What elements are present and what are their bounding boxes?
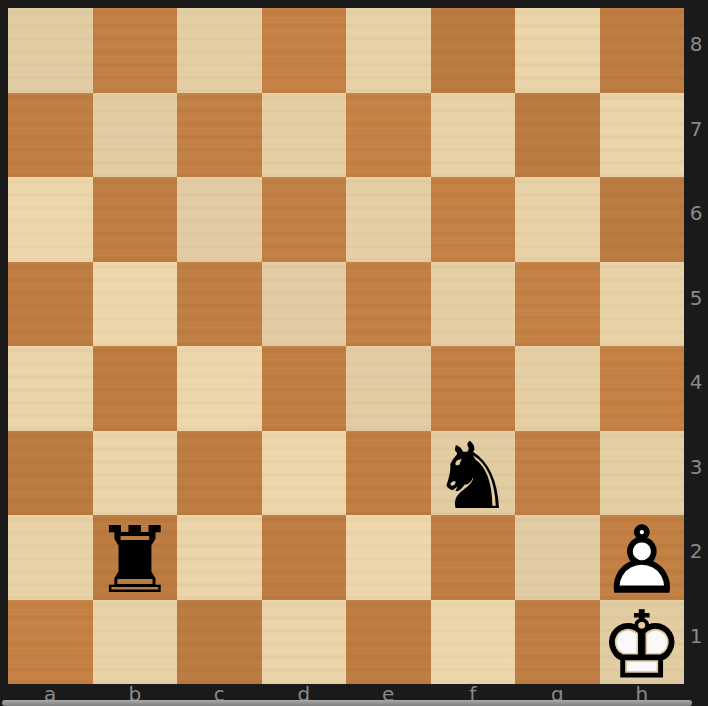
- square-e4[interactable]: [346, 346, 431, 431]
- square-e1[interactable]: [346, 600, 431, 685]
- square-h8[interactable]: [600, 8, 685, 93]
- square-d8[interactable]: [262, 8, 347, 93]
- square-d5[interactable]: [262, 262, 347, 347]
- square-h7[interactable]: [600, 93, 685, 178]
- square-a5[interactable]: [8, 262, 93, 347]
- white-king-outline: ♔: [600, 604, 685, 689]
- square-c6[interactable]: [177, 177, 262, 262]
- rank-label-6: 6: [684, 171, 708, 256]
- square-d2[interactable]: [262, 515, 347, 600]
- square-a7[interactable]: [8, 93, 93, 178]
- rank-label-7: 7: [684, 87, 708, 172]
- square-b2[interactable]: ♜: [93, 515, 178, 600]
- square-h2[interactable]: ♟♙: [600, 515, 685, 600]
- square-f7[interactable]: [431, 93, 516, 178]
- square-f4[interactable]: [431, 346, 516, 431]
- square-f8[interactable]: [431, 8, 516, 93]
- square-d7[interactable]: [262, 93, 347, 178]
- chess-app: ♞♜♟♙♚♔ 87654321 abcdefgh: [0, 0, 708, 706]
- square-a3[interactable]: [8, 431, 93, 516]
- square-h3[interactable]: [600, 431, 685, 516]
- square-e8[interactable]: [346, 8, 431, 93]
- square-e2[interactable]: [346, 515, 431, 600]
- square-g5[interactable]: [515, 262, 600, 347]
- horizontal-scrollbar-thumb[interactable]: [2, 700, 692, 706]
- square-g4[interactable]: [515, 346, 600, 431]
- square-g3[interactable]: [515, 431, 600, 516]
- square-d4[interactable]: [262, 346, 347, 431]
- square-a8[interactable]: [8, 8, 93, 93]
- square-a6[interactable]: [8, 177, 93, 262]
- black-rook-glyph: ♜: [93, 519, 178, 604]
- square-f5[interactable]: [431, 262, 516, 347]
- square-g8[interactable]: [515, 8, 600, 93]
- square-f6[interactable]: [431, 177, 516, 262]
- chess-board: ♞♜♟♙♚♔: [8, 8, 684, 684]
- square-e3[interactable]: [346, 431, 431, 516]
- square-a1[interactable]: [8, 600, 93, 685]
- square-b5[interactable]: [93, 262, 178, 347]
- black-knight-glyph: ♞: [431, 435, 516, 520]
- square-a2[interactable]: [8, 515, 93, 600]
- square-f2[interactable]: [431, 515, 516, 600]
- rank-label-4: 4: [684, 340, 708, 425]
- square-h4[interactable]: [600, 346, 685, 431]
- square-b3[interactable]: [93, 431, 178, 516]
- square-e7[interactable]: [346, 93, 431, 178]
- square-g2[interactable]: [515, 515, 600, 600]
- square-c2[interactable]: [177, 515, 262, 600]
- square-c8[interactable]: [177, 8, 262, 93]
- piece-black-knight[interactable]: ♞: [431, 431, 516, 516]
- square-e5[interactable]: [346, 262, 431, 347]
- square-h6[interactable]: [600, 177, 685, 262]
- square-b7[interactable]: [93, 93, 178, 178]
- square-h5[interactable]: [600, 262, 685, 347]
- square-d6[interactable]: [262, 177, 347, 262]
- square-f1[interactable]: [431, 600, 516, 685]
- rank-label-1: 1: [684, 594, 708, 679]
- square-c4[interactable]: [177, 346, 262, 431]
- square-f3[interactable]: ♞: [431, 431, 516, 516]
- square-a4[interactable]: [8, 346, 93, 431]
- piece-black-rook[interactable]: ♜: [93, 515, 178, 600]
- square-g1[interactable]: [515, 600, 600, 685]
- rank-label-3: 3: [684, 425, 708, 510]
- square-b8[interactable]: [93, 8, 178, 93]
- rank-label-2: 2: [684, 509, 708, 594]
- rank-label-8: 8: [684, 2, 708, 87]
- rank-label-5: 5: [684, 256, 708, 341]
- square-c7[interactable]: [177, 93, 262, 178]
- square-e6[interactable]: [346, 177, 431, 262]
- square-c3[interactable]: [177, 431, 262, 516]
- rank-coordinates: 87654321: [684, 8, 708, 684]
- piece-white-king[interactable]: ♚♔: [600, 600, 685, 685]
- square-b6[interactable]: [93, 177, 178, 262]
- square-b1[interactable]: [93, 600, 178, 685]
- square-d3[interactable]: [262, 431, 347, 516]
- square-b4[interactable]: [93, 346, 178, 431]
- square-g6[interactable]: [515, 177, 600, 262]
- square-c5[interactable]: [177, 262, 262, 347]
- square-c1[interactable]: [177, 600, 262, 685]
- square-g7[interactable]: [515, 93, 600, 178]
- piece-white-pawn[interactable]: ♟♙: [600, 515, 685, 600]
- square-h1[interactable]: ♚♔: [600, 600, 685, 685]
- square-d1[interactable]: [262, 600, 347, 685]
